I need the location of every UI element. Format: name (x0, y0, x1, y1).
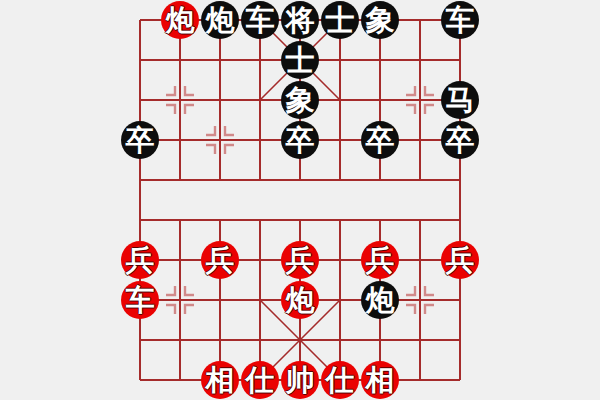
piece-black-soldier[interactable]: 卒 (441, 121, 479, 159)
piece-black-advisor[interactable]: 士 (281, 41, 319, 79)
piece-red-soldier[interactable]: 兵 (281, 241, 319, 279)
piece-red-cannon[interactable]: 炮 (161, 1, 199, 39)
piece-black-soldier[interactable]: 卒 (361, 121, 399, 159)
piece-red-chariot[interactable]: 车 (121, 281, 159, 319)
xiangqi-screen: 炮炮车将士象车士象马卒卒卒卒兵兵兵兵兵车炮炮相仕帅仕相 (0, 0, 600, 400)
pieces-layer: 炮炮车将士象车士象马卒卒卒卒兵兵兵兵兵车炮炮相仕帅仕相 (120, 0, 480, 400)
piece-red-soldier[interactable]: 兵 (201, 241, 239, 279)
piece-red-soldier[interactable]: 兵 (121, 241, 159, 279)
piece-black-soldier[interactable]: 卒 (121, 121, 159, 159)
piece-black-cannon[interactable]: 炮 (201, 1, 239, 39)
piece-black-cannon[interactable]: 炮 (361, 281, 399, 319)
piece-black-general[interactable]: 将 (281, 1, 319, 39)
piece-red-advisor[interactable]: 仕 (321, 361, 359, 399)
piece-black-chariot[interactable]: 车 (441, 1, 479, 39)
piece-black-elephant[interactable]: 象 (361, 1, 399, 39)
piece-black-soldier[interactable]: 卒 (281, 121, 319, 159)
piece-red-soldier[interactable]: 兵 (441, 241, 479, 279)
piece-red-elephant[interactable]: 相 (361, 361, 399, 399)
piece-red-elephant[interactable]: 相 (201, 361, 239, 399)
piece-black-horse[interactable]: 马 (441, 81, 479, 119)
piece-red-cannon[interactable]: 炮 (281, 281, 319, 319)
piece-black-advisor[interactable]: 士 (321, 1, 359, 39)
piece-black-elephant[interactable]: 象 (281, 81, 319, 119)
piece-red-soldier[interactable]: 兵 (361, 241, 399, 279)
piece-red-general[interactable]: 帅 (281, 361, 319, 399)
piece-red-advisor[interactable]: 仕 (241, 361, 279, 399)
piece-black-chariot[interactable]: 车 (241, 1, 279, 39)
